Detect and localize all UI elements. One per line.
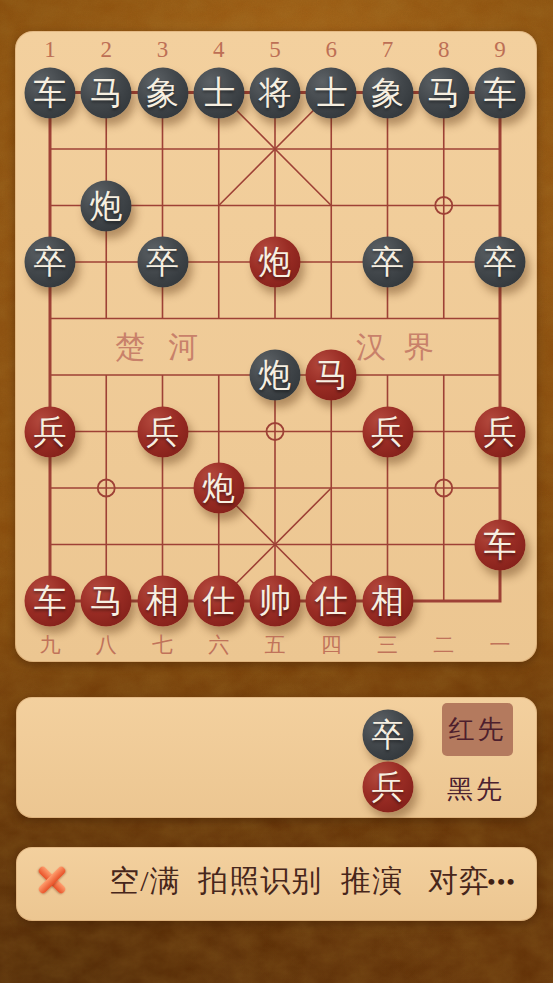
toolbar-simulate-button[interactable]: 推演 <box>341 861 403 902</box>
board-piece[interactable]: 兵 <box>25 406 76 457</box>
board-piece[interactable]: 卒 <box>137 237 188 288</box>
board-piece[interactable]: 兵 <box>137 406 188 457</box>
board-piece[interactable]: 车 <box>475 67 526 118</box>
river-label-chu: 楚 <box>115 330 145 363</box>
board-piece[interactable]: 马 <box>81 67 132 118</box>
board-piece[interactable]: 象 <box>137 67 188 118</box>
board-piece[interactable]: 炮 <box>250 350 301 401</box>
board-piece[interactable]: 炮 <box>250 237 301 288</box>
board-piece[interactable]: 马 <box>418 67 469 118</box>
red-first-option[interactable]: 红先 <box>442 703 513 756</box>
board-piece[interactable]: 帅 <box>250 576 301 627</box>
board-piece[interactable]: 车 <box>25 67 76 118</box>
file-label-bottom: 七 <box>152 631 173 659</box>
app-screen: 123456789 楚 河 汉 界 车马象士将士象马车炮卒卒炮卒卒炮马兵兵兵兵炮… <box>0 0 553 983</box>
file-label-bottom: 八 <box>96 631 117 659</box>
toolbar-empty-full-button[interactable]: 空/满 <box>109 861 180 902</box>
board-piece[interactable]: 相 <box>362 576 413 627</box>
board-piece[interactable]: 卒 <box>25 237 76 288</box>
file-label-bottom: 六 <box>208 631 229 659</box>
board-piece[interactable]: 炮 <box>81 180 132 231</box>
board-piece[interactable]: 兵 <box>475 406 526 457</box>
file-label-bottom: 二 <box>433 631 454 659</box>
board-piece[interactable]: 马 <box>81 576 132 627</box>
toolbar-photo-recognize-button[interactable]: 拍照识别 <box>198 861 322 902</box>
river-label-han: 汉 <box>356 330 386 363</box>
board-piece[interactable]: 仕 <box>306 576 357 627</box>
close-icon[interactable] <box>34 862 70 898</box>
board-piece[interactable]: 士 <box>306 67 357 118</box>
selector-red-pawn[interactable]: 兵 <box>363 762 414 813</box>
board-piece[interactable]: 卒 <box>475 237 526 288</box>
file-label-bottom: 三 <box>377 631 398 659</box>
black-first-option[interactable]: 黑先 <box>447 772 505 807</box>
file-label-bottom: 五 <box>265 631 286 659</box>
board-piece[interactable]: 卒 <box>362 237 413 288</box>
more-icon[interactable]: ••• <box>487 869 516 895</box>
board-grid[interactable]: 楚 河 汉 界 <box>15 31 537 662</box>
board-piece[interactable]: 象 <box>362 67 413 118</box>
board-piece[interactable]: 车 <box>25 576 76 627</box>
selector-black-pawn[interactable]: 卒 <box>363 710 414 761</box>
river-label-jie: 界 <box>404 330 434 363</box>
river-label-he: 河 <box>168 330 198 363</box>
piece-selector-panel: 卒 红先 兵 黑先 <box>16 697 537 818</box>
board-piece[interactable]: 炮 <box>193 463 244 514</box>
board-piece[interactable]: 将 <box>250 67 301 118</box>
board-piece[interactable]: 仕 <box>193 576 244 627</box>
board-piece[interactable]: 相 <box>137 576 188 627</box>
board-piece[interactable]: 马 <box>306 350 357 401</box>
file-label-bottom: 一 <box>490 631 511 659</box>
board-piece[interactable]: 士 <box>193 67 244 118</box>
board-piece[interactable]: 车 <box>475 519 526 570</box>
toolbar: 空/满 拍照识别 推演 对弈 ••• <box>16 847 537 921</box>
file-label-bottom: 四 <box>321 631 342 659</box>
file-label-bottom: 九 <box>40 631 61 659</box>
board-piece[interactable]: 兵 <box>362 406 413 457</box>
board-panel: 123456789 楚 河 汉 界 车马象士将士象马车炮卒卒炮卒卒炮马兵兵兵兵炮… <box>15 31 537 662</box>
toolbar-play-button[interactable]: 对弈 <box>428 861 490 902</box>
